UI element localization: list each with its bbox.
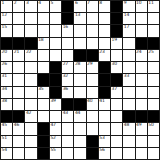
cell-r11c13[interactable]: 50 <box>148 123 159 134</box>
cell-r8c11[interactable] <box>123 87 134 98</box>
clue-number-54: 54 <box>2 148 7 153</box>
clue-number-15: 15 <box>2 25 7 30</box>
black-cell-r4c3 <box>25 38 36 49</box>
cell-r11c11[interactable]: 48 <box>123 123 134 134</box>
crossword-grid: 1234567891011121314151617181920212223242… <box>0 0 160 160</box>
cell-r13c12[interactable] <box>136 148 147 159</box>
cell-r10c9[interactable] <box>99 111 110 122</box>
cell-r2c7[interactable]: 13 <box>74 13 85 24</box>
cell-r8c6[interactable]: 36 <box>62 87 73 98</box>
clue-number-5: 5 <box>50 1 53 6</box>
black-cell-r7c10 <box>111 74 122 85</box>
clue-number-40: 40 <box>87 99 92 104</box>
clue-number-48: 48 <box>124 123 129 128</box>
black-cell-r3c10 <box>111 25 122 36</box>
clue-number-56: 56 <box>99 148 104 153</box>
cell-r3c11[interactable]: 17 <box>123 25 134 36</box>
cell-r9c5[interactable]: 39 <box>50 99 61 110</box>
black-cell-r8c5 <box>50 87 61 98</box>
clue-number-21: 21 <box>14 50 19 55</box>
clue-number-8: 8 <box>99 1 102 6</box>
black-cell-r2c10 <box>111 13 122 24</box>
black-cell-r10c13 <box>148 111 159 122</box>
cell-r6c12[interactable] <box>136 62 147 73</box>
cell-r6c4[interactable] <box>38 62 49 73</box>
cell-r13c2[interactable] <box>13 148 24 159</box>
cell-r3c7[interactable] <box>74 25 85 36</box>
cell-r4c10[interactable]: 19 <box>111 38 122 49</box>
cell-r10c8[interactable] <box>87 111 98 122</box>
clue-number-50: 50 <box>148 123 153 128</box>
clue-number-29: 29 <box>87 62 92 67</box>
cell-r3c6[interactable]: 16 <box>62 25 73 36</box>
cell-r7c11[interactable]: 33 <box>123 74 134 85</box>
cell-r13c13[interactable] <box>148 148 159 159</box>
clue-number-38: 38 <box>2 99 7 104</box>
cell-r11c2[interactable]: 46 <box>13 123 24 134</box>
black-cell-r13c8 <box>87 148 98 159</box>
clue-number-2: 2 <box>14 1 17 6</box>
clue-number-23: 23 <box>99 50 104 55</box>
cell-r13c11[interactable] <box>123 148 134 159</box>
cell-r8c1[interactable]: 34 <box>1 87 12 98</box>
cell-r12c2[interactable] <box>13 136 24 147</box>
clue-number-20: 20 <box>2 50 7 55</box>
cell-r11c5[interactable]: 47 <box>50 123 61 134</box>
black-cell-r5c7 <box>74 50 85 61</box>
clue-number-31: 31 <box>2 74 7 79</box>
black-cell-r6c5 <box>50 62 61 73</box>
cell-r12c13[interactable] <box>148 136 159 147</box>
cell-r12c10[interactable] <box>111 136 122 147</box>
cell-r2c12[interactable] <box>136 13 147 24</box>
cell-r3c3[interactable] <box>25 25 36 36</box>
cell-r8c3[interactable] <box>25 87 36 98</box>
cell-r2c3[interactable] <box>25 13 36 24</box>
cell-r12c7[interactable] <box>74 136 85 147</box>
cell-r5c4[interactable] <box>38 50 49 61</box>
clue-number-32: 32 <box>63 74 68 79</box>
clue-number-3: 3 <box>26 1 29 6</box>
cell-r11c12[interactable]: 49 <box>136 123 147 134</box>
crossword-page: 1234567891011121314151617181920212223242… <box>0 0 160 160</box>
cell-r8c4[interactable]: 35 <box>38 87 49 98</box>
cell-r4c6[interactable] <box>62 38 73 49</box>
black-cell-r7c4 <box>38 74 49 85</box>
cell-r3c5[interactable] <box>50 25 61 36</box>
cell-r5c5[interactable] <box>50 50 61 61</box>
cell-r2c2[interactable] <box>13 13 24 24</box>
clue-number-51: 51 <box>2 136 7 141</box>
black-cell-r1c6 <box>62 1 73 12</box>
cell-r5c13[interactable]: 25 <box>148 50 159 61</box>
cell-r9c9[interactable]: 41 <box>99 99 110 110</box>
black-cell-r13c4 <box>38 148 49 159</box>
black-cell-r7c5 <box>50 74 61 85</box>
black-cell-r11c4 <box>38 123 49 134</box>
cell-r6c3[interactable] <box>25 62 36 73</box>
cell-r12c3[interactable] <box>25 136 36 147</box>
cell-r3c12[interactable] <box>136 25 147 36</box>
cell-r5c1[interactable]: 20 <box>1 50 12 61</box>
clue-number-7: 7 <box>87 1 90 6</box>
clue-number-11: 11 <box>148 1 153 6</box>
cell-r6c6[interactable]: 27 <box>62 62 73 73</box>
cell-r11c6[interactable] <box>62 123 73 134</box>
cell-r10c4[interactable] <box>38 111 49 122</box>
black-cell-r10c2 <box>13 111 24 122</box>
clue-number-25: 25 <box>148 50 153 55</box>
clue-number-35: 35 <box>38 87 43 92</box>
cell-r7c8[interactable] <box>87 74 98 85</box>
cell-r2c9[interactable] <box>99 13 110 24</box>
cell-r10c6[interactable]: 43 <box>62 111 73 122</box>
clue-number-45: 45 <box>2 123 7 128</box>
clue-number-24: 24 <box>136 50 141 55</box>
cell-r1c1[interactable]: 1 <box>1 1 12 12</box>
clue-number-34: 34 <box>2 87 7 92</box>
cell-r8c2[interactable] <box>13 87 24 98</box>
black-cell-r6c9 <box>99 62 110 73</box>
cell-r3c2[interactable] <box>13 25 24 36</box>
cell-r3c9[interactable] <box>99 25 110 36</box>
black-cell-r12c4 <box>38 136 49 147</box>
black-cell-r4c12 <box>136 38 147 49</box>
cell-r7c13[interactable] <box>148 74 159 85</box>
clue-number-14: 14 <box>124 13 129 18</box>
cell-r9c8[interactable]: 40 <box>87 99 98 110</box>
clue-number-17: 17 <box>124 25 129 30</box>
cell-r3c13[interactable] <box>148 25 159 36</box>
cell-r2c5[interactable] <box>50 13 61 24</box>
clue-number-55: 55 <box>50 148 55 153</box>
cell-r12c9[interactable]: 53 <box>99 136 110 147</box>
cell-r12c6[interactable] <box>62 136 73 147</box>
cell-r2c13[interactable] <box>148 13 159 24</box>
cell-r1c12[interactable]: 10 <box>136 1 147 12</box>
cell-r4c7[interactable] <box>74 38 85 49</box>
clue-number-44: 44 <box>75 111 80 116</box>
cell-r2c4[interactable] <box>38 13 49 24</box>
cell-r7c3[interactable] <box>25 74 36 85</box>
clue-number-49: 49 <box>136 123 141 128</box>
clue-number-18: 18 <box>38 38 43 43</box>
cell-r9c4[interactable] <box>38 99 49 110</box>
cell-r3c4[interactable] <box>38 25 49 36</box>
clue-number-53: 53 <box>99 136 104 141</box>
cell-r5c3[interactable]: 22 <box>25 50 36 61</box>
cell-r8c7[interactable] <box>74 87 85 98</box>
clue-number-4: 4 <box>38 1 41 6</box>
cell-r2c8[interactable] <box>87 13 98 24</box>
cell-r11c7[interactable] <box>74 123 85 134</box>
cell-r5c11[interactable] <box>123 50 134 61</box>
clue-number-43: 43 <box>63 111 68 116</box>
clue-number-47: 47 <box>50 123 55 128</box>
cell-r13c7[interactable] <box>74 148 85 159</box>
cell-r11c8[interactable] <box>87 123 98 134</box>
clue-number-39: 39 <box>50 99 55 104</box>
cell-r11c10[interactable] <box>111 123 122 134</box>
cell-r12c5[interactable]: 52 <box>50 136 61 147</box>
cell-r9c3[interactable] <box>25 99 36 110</box>
cell-r8c12[interactable] <box>136 87 147 98</box>
black-cell-r12c8 <box>87 136 98 147</box>
cell-r4c4[interactable]: 18 <box>38 38 49 49</box>
cell-r4c11[interactable] <box>123 38 134 49</box>
cell-r6c1[interactable]: 26 <box>1 62 12 73</box>
cell-r9c1[interactable]: 38 <box>1 99 12 110</box>
cell-r8c10[interactable]: 37 <box>111 87 122 98</box>
cell-r10c5[interactable] <box>50 111 61 122</box>
cell-r5c12[interactable]: 24 <box>136 50 147 61</box>
cell-r12c1[interactable]: 51 <box>1 136 12 147</box>
black-cell-r5c8 <box>87 50 98 61</box>
clue-number-28: 28 <box>75 62 80 67</box>
black-cell-r4c1 <box>1 38 12 49</box>
cell-r11c1[interactable]: 45 <box>1 123 12 134</box>
cell-r6c8[interactable]: 29 <box>87 62 98 73</box>
cell-r12c12[interactable] <box>136 136 147 147</box>
cell-r5c9[interactable]: 23 <box>99 50 110 61</box>
cell-r7c2[interactable] <box>13 74 24 85</box>
cell-r5c2[interactable]: 21 <box>13 50 24 61</box>
cell-r10c10[interactable] <box>111 111 122 122</box>
black-cell-r1c10 <box>111 1 122 12</box>
cell-r10c7[interactable]: 44 <box>74 111 85 122</box>
black-cell-r10c11 <box>123 111 134 122</box>
cell-r8c13[interactable] <box>148 87 159 98</box>
cell-r1c7[interactable]: 6 <box>74 1 85 12</box>
clue-number-6: 6 <box>75 1 78 6</box>
clue-number-42: 42 <box>26 111 31 116</box>
clue-number-1: 1 <box>2 1 5 6</box>
clue-number-10: 10 <box>136 1 141 6</box>
cell-r13c9[interactable]: 56 <box>99 148 110 159</box>
cell-r4c8[interactable] <box>87 38 98 49</box>
cell-r1c13[interactable]: 11 <box>148 1 159 12</box>
cell-r3c8[interactable] <box>87 25 98 36</box>
black-cell-r4c2 <box>13 38 24 49</box>
black-cell-r9c7 <box>74 99 85 110</box>
cell-r13c5[interactable]: 55 <box>50 148 61 159</box>
cell-r1c3[interactable]: 3 <box>25 1 36 12</box>
cell-r9c13[interactable] <box>148 99 159 110</box>
cell-r7c1[interactable]: 31 <box>1 74 12 85</box>
cell-r6c2[interactable] <box>13 62 24 73</box>
cell-r5c6[interactable] <box>62 50 73 61</box>
cell-r11c9[interactable] <box>99 123 110 134</box>
clue-number-16: 16 <box>63 25 68 30</box>
clue-number-9: 9 <box>124 1 127 6</box>
cell-r1c11[interactable]: 9 <box>123 1 134 12</box>
cell-r2c1[interactable]: 12 <box>1 13 12 24</box>
cell-r13c10[interactable] <box>111 148 122 159</box>
clue-number-26: 26 <box>2 62 7 67</box>
black-cell-r2c6 <box>62 13 73 24</box>
black-cell-r7c9 <box>99 74 110 85</box>
cell-r5c10[interactable] <box>111 50 122 61</box>
cell-r6c13[interactable] <box>148 62 159 73</box>
black-cell-r4c13 <box>148 38 159 49</box>
clue-number-33: 33 <box>124 74 129 79</box>
cell-r9c2[interactable] <box>13 99 24 110</box>
cell-r7c6[interactable]: 32 <box>62 74 73 85</box>
cell-r2c11[interactable]: 14 <box>123 13 134 24</box>
cell-r7c7[interactable] <box>74 74 85 85</box>
clue-number-13: 13 <box>75 13 80 18</box>
cell-r13c3[interactable] <box>25 148 36 159</box>
cell-r9c10[interactable] <box>111 99 122 110</box>
clue-number-30: 30 <box>112 62 117 67</box>
cell-r6c7[interactable]: 28 <box>74 62 85 73</box>
cell-r9c12[interactable] <box>136 99 147 110</box>
cell-r1c2[interactable]: 2 <box>13 1 24 12</box>
clue-number-37: 37 <box>112 87 117 92</box>
cell-r10c3[interactable]: 42 <box>25 111 36 122</box>
cell-r4c9[interactable] <box>99 38 110 49</box>
clue-number-36: 36 <box>63 87 68 92</box>
cell-r6c10[interactable]: 30 <box>111 62 122 73</box>
cell-r9c11[interactable] <box>123 99 134 110</box>
cell-r1c8[interactable]: 7 <box>87 1 98 12</box>
cell-r13c1[interactable]: 54 <box>1 148 12 159</box>
clue-number-12: 12 <box>2 13 7 18</box>
cell-r1c9[interactable]: 8 <box>99 1 110 12</box>
black-cell-r8c9 <box>99 87 110 98</box>
cell-r6c11[interactable] <box>123 62 134 73</box>
cell-r1c4[interactable]: 4 <box>38 1 49 12</box>
black-cell-r10c12 <box>136 111 147 122</box>
cell-r11c3[interactable] <box>25 123 36 134</box>
clue-number-22: 22 <box>26 50 31 55</box>
cell-r8c8[interactable] <box>87 87 98 98</box>
cell-r13c6[interactable] <box>62 148 73 159</box>
black-cell-r10c1 <box>1 111 12 122</box>
cell-r7c12[interactable] <box>136 74 147 85</box>
clue-number-27: 27 <box>63 62 68 67</box>
clue-number-52: 52 <box>50 136 55 141</box>
clue-number-46: 46 <box>14 123 19 128</box>
clue-number-41: 41 <box>99 99 104 104</box>
black-cell-r9c6 <box>62 99 73 110</box>
cell-r12c11[interactable] <box>123 136 134 147</box>
clue-number-19: 19 <box>112 38 117 43</box>
cell-r3c1[interactable]: 15 <box>1 25 12 36</box>
cell-r1c5[interactable]: 5 <box>50 1 61 12</box>
cell-r4c5[interactable] <box>50 38 61 49</box>
